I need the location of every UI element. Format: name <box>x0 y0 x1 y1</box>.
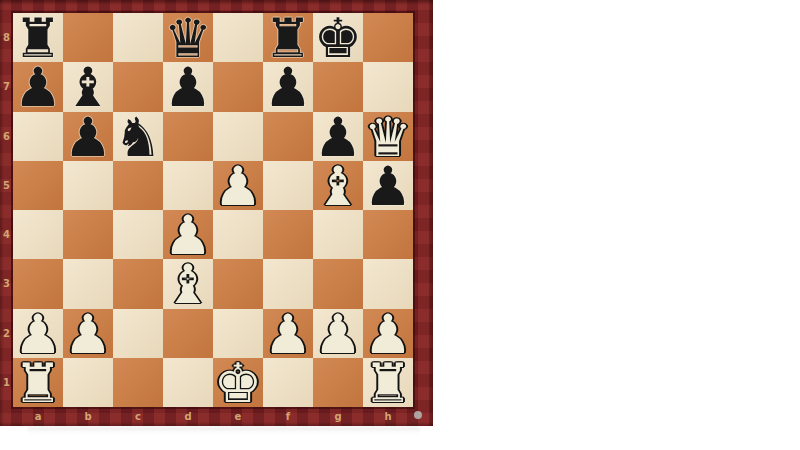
rank-label-4: 4 <box>0 210 13 259</box>
square-h6[interactable]: ♛ <box>363 112 413 161</box>
square-d7[interactable]: ♟ <box>163 62 213 111</box>
square-a7[interactable]: ♟ <box>13 62 63 111</box>
square-f2[interactable]: ♟ <box>263 309 313 358</box>
square-e5[interactable]: ♟ <box>213 161 263 210</box>
white-pawn: ♟ <box>64 310 112 359</box>
square-h1[interactable]: ♜ <box>363 358 413 407</box>
page: ♜♛♜♚♟♝♟♟♟♞♟♛♟♝♟♟♝♟♟♟♟♟♜♚♜ 87654321 abcde… <box>0 0 800 450</box>
square-d4[interactable]: ♟ <box>163 210 213 259</box>
black-pawn: ♟ <box>364 162 412 211</box>
white-pawn: ♟ <box>264 310 312 359</box>
rank-label-6: 6 <box>0 112 13 161</box>
file-label-f: f <box>263 407 313 426</box>
file-label-d: d <box>163 407 213 426</box>
rank-label-5: 5 <box>0 161 13 210</box>
rank-label-8: 8 <box>0 13 13 62</box>
black-pawn: ♟ <box>264 63 312 112</box>
square-e7[interactable] <box>213 62 263 111</box>
square-d3[interactable]: ♝ <box>163 259 213 308</box>
rank-label-2: 2 <box>0 309 13 358</box>
square-h7[interactable] <box>363 62 413 111</box>
square-c2[interactable] <box>113 309 163 358</box>
square-a3[interactable] <box>13 259 63 308</box>
gray-dot <box>414 411 422 419</box>
white-rook: ♜ <box>364 359 412 408</box>
square-b7[interactable]: ♝ <box>63 62 113 111</box>
file-label-c: c <box>113 407 163 426</box>
square-f4[interactable] <box>263 210 313 259</box>
white-bishop: ♝ <box>164 260 212 309</box>
square-b3[interactable] <box>63 259 113 308</box>
black-pawn: ♟ <box>64 113 112 162</box>
white-pawn: ♟ <box>214 162 262 211</box>
square-g8[interactable]: ♚ <box>313 13 363 62</box>
rank-label-7: 7 <box>0 62 13 111</box>
square-c8[interactable] <box>113 13 163 62</box>
black-knight: ♞ <box>114 113 162 162</box>
square-b2[interactable]: ♟ <box>63 309 113 358</box>
square-h8[interactable] <box>363 13 413 62</box>
square-b4[interactable] <box>63 210 113 259</box>
square-c4[interactable] <box>113 210 163 259</box>
square-d8[interactable]: ♛ <box>163 13 213 62</box>
black-pawn: ♟ <box>164 63 212 112</box>
square-a5[interactable] <box>13 161 63 210</box>
chess-board-frame: ♜♛♜♚♟♝♟♟♟♞♟♛♟♝♟♟♝♟♟♟♟♟♜♚♜ 87654321 abcde… <box>0 0 433 426</box>
square-e2[interactable] <box>213 309 263 358</box>
square-g2[interactable]: ♟ <box>313 309 363 358</box>
board-shadow <box>28 427 420 433</box>
square-f7[interactable]: ♟ <box>263 62 313 111</box>
square-g6[interactable]: ♟ <box>313 112 363 161</box>
square-a1[interactable]: ♜ <box>13 358 63 407</box>
square-a4[interactable] <box>13 210 63 259</box>
square-g3[interactable] <box>313 259 363 308</box>
square-c1[interactable] <box>113 358 163 407</box>
square-a8[interactable]: ♜ <box>13 13 63 62</box>
square-h5[interactable]: ♟ <box>363 161 413 210</box>
rank-label-1: 1 <box>0 358 13 407</box>
black-king: ♚ <box>314 14 362 63</box>
chess-board: ♜♛♜♚♟♝♟♟♟♞♟♛♟♝♟♟♝♟♟♟♟♟♜♚♜ <box>13 13 413 407</box>
square-c6[interactable]: ♞ <box>113 112 163 161</box>
square-d1[interactable] <box>163 358 213 407</box>
black-pawn: ♟ <box>14 63 62 112</box>
square-b8[interactable] <box>63 13 113 62</box>
white-rook: ♜ <box>14 359 62 408</box>
rank-label-3: 3 <box>0 259 13 308</box>
square-e1[interactable]: ♚ <box>213 358 263 407</box>
square-e3[interactable] <box>213 259 263 308</box>
square-c7[interactable] <box>113 62 163 111</box>
square-b6[interactable]: ♟ <box>63 112 113 161</box>
square-f5[interactable] <box>263 161 313 210</box>
square-g5[interactable]: ♝ <box>313 161 363 210</box>
white-pawn: ♟ <box>314 310 362 359</box>
file-label-e: e <box>213 407 263 426</box>
square-f3[interactable] <box>263 259 313 308</box>
square-h3[interactable] <box>363 259 413 308</box>
square-e8[interactable] <box>213 13 263 62</box>
square-c3[interactable] <box>113 259 163 308</box>
square-a2[interactable]: ♟ <box>13 309 63 358</box>
square-e6[interactable] <box>213 112 263 161</box>
file-label-g: g <box>313 407 363 426</box>
white-king: ♚ <box>214 359 262 408</box>
square-f8[interactable]: ♜ <box>263 13 313 62</box>
white-bishop: ♝ <box>314 162 362 211</box>
square-d5[interactable] <box>163 161 213 210</box>
square-h2[interactable]: ♟ <box>363 309 413 358</box>
file-label-h: h <box>363 407 413 426</box>
file-label-b: b <box>63 407 113 426</box>
file-label-a: a <box>13 407 63 426</box>
